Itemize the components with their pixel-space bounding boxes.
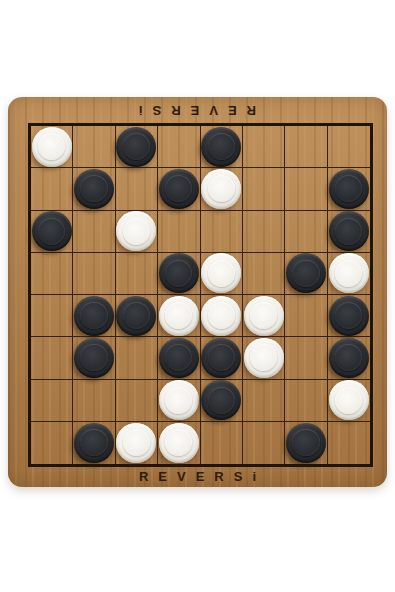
cell-c1[interactable] <box>116 126 158 168</box>
black-disc[interactable] <box>329 338 369 378</box>
cell-c4[interactable] <box>116 253 158 295</box>
cell-h8[interactable] <box>328 422 370 464</box>
black-disc[interactable] <box>159 253 199 293</box>
cell-h4[interactable] <box>328 253 370 295</box>
cell-h6[interactable] <box>328 337 370 379</box>
white-disc[interactable] <box>244 296 284 336</box>
board-title-bottom: REVERSi <box>8 470 387 483</box>
cell-d2[interactable] <box>158 168 200 210</box>
black-disc[interactable] <box>116 127 156 167</box>
cell-g3[interactable] <box>285 211 327 253</box>
black-disc[interactable] <box>74 338 114 378</box>
black-disc[interactable] <box>286 253 326 293</box>
black-disc[interactable] <box>32 211 72 251</box>
white-disc[interactable] <box>116 211 156 251</box>
cell-b1[interactable] <box>73 126 115 168</box>
black-disc[interactable] <box>116 296 156 336</box>
cell-d3[interactable] <box>158 211 200 253</box>
cell-d5[interactable] <box>158 295 200 337</box>
cell-g5[interactable] <box>285 295 327 337</box>
cell-c5[interactable] <box>116 295 158 337</box>
cell-a6[interactable] <box>31 337 73 379</box>
white-disc[interactable] <box>201 253 241 293</box>
cell-b7[interactable] <box>73 380 115 422</box>
cell-b5[interactable] <box>73 295 115 337</box>
black-disc[interactable] <box>74 169 114 209</box>
white-disc[interactable] <box>159 296 199 336</box>
cell-a3[interactable] <box>31 211 73 253</box>
white-disc[interactable] <box>329 380 369 420</box>
black-disc[interactable] <box>329 169 369 209</box>
cell-e1[interactable] <box>201 126 243 168</box>
cell-d6[interactable] <box>158 337 200 379</box>
cell-f7[interactable] <box>243 380 285 422</box>
white-disc[interactable] <box>32 127 72 167</box>
cell-e3[interactable] <box>201 211 243 253</box>
cell-f2[interactable] <box>243 168 285 210</box>
cell-f6[interactable] <box>243 337 285 379</box>
board-grid <box>28 123 373 467</box>
white-disc[interactable] <box>329 253 369 293</box>
cell-b6[interactable] <box>73 337 115 379</box>
cell-d4[interactable] <box>158 253 200 295</box>
black-disc[interactable] <box>74 423 114 463</box>
cell-b3[interactable] <box>73 211 115 253</box>
cell-d8[interactable] <box>158 422 200 464</box>
cell-g1[interactable] <box>285 126 327 168</box>
black-disc[interactable] <box>201 380 241 420</box>
cell-a4[interactable] <box>31 253 73 295</box>
cell-e2[interactable] <box>201 168 243 210</box>
board-title-top: REVERSi <box>8 104 387 117</box>
black-disc[interactable] <box>159 338 199 378</box>
black-disc[interactable] <box>286 423 326 463</box>
cell-e6[interactable] <box>201 337 243 379</box>
cell-b4[interactable] <box>73 253 115 295</box>
white-disc[interactable] <box>159 380 199 420</box>
black-disc[interactable] <box>201 127 241 167</box>
white-disc[interactable] <box>159 423 199 463</box>
cell-f1[interactable] <box>243 126 285 168</box>
cell-a5[interactable] <box>31 295 73 337</box>
black-disc[interactable] <box>329 211 369 251</box>
cell-d7[interactable] <box>158 380 200 422</box>
cell-b2[interactable] <box>73 168 115 210</box>
cell-h1[interactable] <box>328 126 370 168</box>
cell-g4[interactable] <box>285 253 327 295</box>
cell-h3[interactable] <box>328 211 370 253</box>
cell-c8[interactable] <box>116 422 158 464</box>
white-disc[interactable] <box>116 423 156 463</box>
cell-d1[interactable] <box>158 126 200 168</box>
cell-f5[interactable] <box>243 295 285 337</box>
cell-h7[interactable] <box>328 380 370 422</box>
black-disc[interactable] <box>329 296 369 336</box>
cell-g8[interactable] <box>285 422 327 464</box>
reversi-board: REVERSi REVERSi <box>8 97 387 487</box>
cell-e5[interactable] <box>201 295 243 337</box>
cell-f8[interactable] <box>243 422 285 464</box>
cell-e8[interactable] <box>201 422 243 464</box>
cell-c3[interactable] <box>116 211 158 253</box>
white-disc[interactable] <box>201 296 241 336</box>
cell-a1[interactable] <box>31 126 73 168</box>
cell-f3[interactable] <box>243 211 285 253</box>
white-disc[interactable] <box>244 338 284 378</box>
cell-g6[interactable] <box>285 337 327 379</box>
cell-g7[interactable] <box>285 380 327 422</box>
cell-e7[interactable] <box>201 380 243 422</box>
cell-g2[interactable] <box>285 168 327 210</box>
cell-h5[interactable] <box>328 295 370 337</box>
cell-c6[interactable] <box>116 337 158 379</box>
black-disc[interactable] <box>159 169 199 209</box>
cell-f4[interactable] <box>243 253 285 295</box>
product-photo-background: REVERSi REVERSi <box>0 0 395 592</box>
cell-c7[interactable] <box>116 380 158 422</box>
cell-c2[interactable] <box>116 168 158 210</box>
cell-h2[interactable] <box>328 168 370 210</box>
cell-a7[interactable] <box>31 380 73 422</box>
black-disc[interactable] <box>201 338 241 378</box>
cell-e4[interactable] <box>201 253 243 295</box>
white-disc[interactable] <box>201 169 241 209</box>
black-disc[interactable] <box>74 296 114 336</box>
cell-b8[interactable] <box>73 422 115 464</box>
cell-a8[interactable] <box>31 422 73 464</box>
cell-a2[interactable] <box>31 168 73 210</box>
